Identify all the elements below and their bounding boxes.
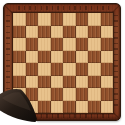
square-h4[interactable] — [101, 63, 114, 76]
square-h5[interactable] — [101, 51, 114, 64]
square-a1[interactable] — [13, 101, 26, 114]
square-f1[interactable] — [76, 101, 89, 114]
square-d6[interactable] — [51, 38, 64, 51]
square-g2[interactable] — [88, 88, 101, 101]
square-f4[interactable] — [76, 63, 89, 76]
square-f8[interactable] — [76, 13, 89, 26]
square-a7[interactable] — [13, 26, 26, 39]
square-c4[interactable] — [38, 63, 51, 76]
square-d5[interactable] — [51, 51, 64, 64]
square-c8[interactable] — [38, 13, 51, 26]
square-c1[interactable] — [38, 101, 51, 114]
square-f3[interactable] — [76, 76, 89, 89]
square-e5[interactable] — [63, 51, 76, 64]
square-g6[interactable] — [88, 38, 101, 51]
square-g4[interactable] — [88, 63, 101, 76]
square-e2[interactable] — [63, 88, 76, 101]
square-a6[interactable] — [13, 38, 26, 51]
square-b5[interactable] — [26, 51, 39, 64]
square-a3[interactable] — [13, 76, 26, 89]
square-d7[interactable] — [51, 26, 64, 39]
square-d4[interactable] — [51, 63, 64, 76]
square-e8[interactable] — [63, 13, 76, 26]
square-b7[interactable] — [26, 26, 39, 39]
frame-joint-marks-right — [114, 14, 118, 110]
square-d3[interactable] — [51, 76, 64, 89]
square-g5[interactable] — [88, 51, 101, 64]
square-h7[interactable] — [101, 26, 114, 39]
square-c2[interactable] — [38, 88, 51, 101]
square-a2[interactable] — [13, 88, 26, 101]
frame-joint-marks-top — [14, 6, 110, 10]
square-e6[interactable] — [63, 38, 76, 51]
square-f7[interactable] — [76, 26, 89, 39]
frame-joint-marks-left — [6, 14, 10, 110]
square-e1[interactable] — [63, 101, 76, 114]
square-h6[interactable] — [101, 38, 114, 51]
square-f6[interactable] — [76, 38, 89, 51]
square-g3[interactable] — [88, 76, 101, 89]
square-b6[interactable] — [26, 38, 39, 51]
chessboard-photo — [0, 0, 125, 125]
square-b1[interactable] — [26, 101, 39, 114]
square-h2[interactable] — [101, 88, 114, 101]
square-b2[interactable] — [26, 88, 39, 101]
square-c3[interactable] — [38, 76, 51, 89]
square-f5[interactable] — [76, 51, 89, 64]
chess-board — [3, 3, 121, 121]
square-e7[interactable] — [63, 26, 76, 39]
square-g1[interactable] — [88, 101, 101, 114]
square-a4[interactable] — [13, 63, 26, 76]
board-squares-grid — [12, 12, 114, 114]
square-h1[interactable] — [101, 101, 114, 114]
square-h8[interactable] — [101, 13, 114, 26]
square-c5[interactable] — [38, 51, 51, 64]
square-c7[interactable] — [38, 26, 51, 39]
square-a8[interactable] — [13, 13, 26, 26]
square-e3[interactable] — [63, 76, 76, 89]
square-d2[interactable] — [51, 88, 64, 101]
square-a5[interactable] — [13, 51, 26, 64]
square-d8[interactable] — [51, 13, 64, 26]
square-g8[interactable] — [88, 13, 101, 26]
square-f2[interactable] — [76, 88, 89, 101]
square-b3[interactable] — [26, 76, 39, 89]
square-b8[interactable] — [26, 13, 39, 26]
square-b4[interactable] — [26, 63, 39, 76]
square-e4[interactable] — [63, 63, 76, 76]
square-d1[interactable] — [51, 101, 64, 114]
square-h3[interactable] — [101, 76, 114, 89]
square-g7[interactable] — [88, 26, 101, 39]
frame-joint-marks-bottom — [14, 114, 110, 118]
square-c6[interactable] — [38, 38, 51, 51]
